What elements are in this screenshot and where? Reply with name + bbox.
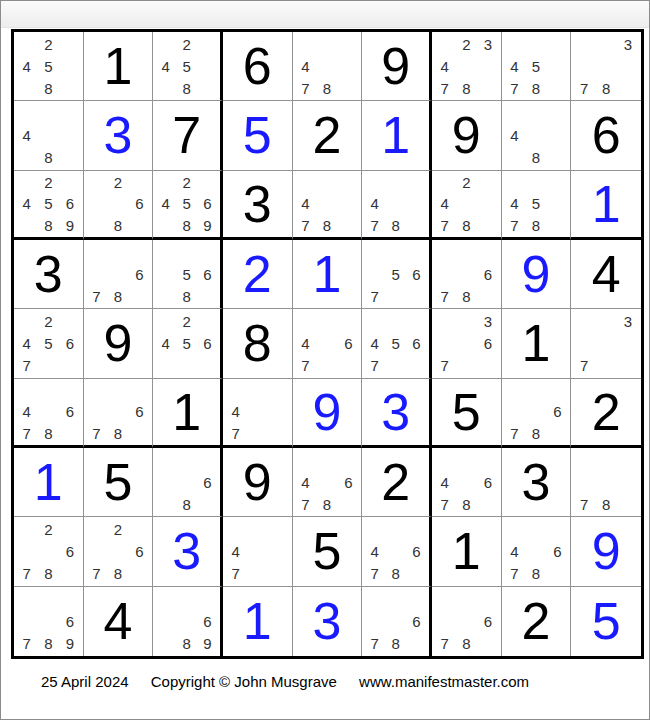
cell-r9c5[interactable]: 3: [293, 587, 363, 656]
candidate-7: 7: [573, 77, 595, 99]
candidate-7: 7: [364, 215, 385, 236]
cell-value: 8: [223, 309, 292, 377]
candidate-grid: 478: [362, 171, 429, 237]
cell-value: 1: [14, 448, 83, 516]
candidate-8: 8: [38, 423, 60, 444]
candidate-8: 8: [525, 215, 547, 236]
candidate-grid: 2478: [432, 171, 501, 237]
cell-value: 9: [293, 379, 362, 445]
candidate-7: 7: [573, 493, 595, 515]
cell-r2c6[interactable]: 1: [362, 101, 432, 170]
cell-r6c3[interactable]: 1: [153, 379, 223, 448]
candidate-8: 8: [176, 77, 197, 99]
candidate-7: 7: [225, 563, 247, 585]
candidate-7: 7: [295, 355, 317, 377]
candidate-grid: 478: [293, 171, 362, 237]
candidate-8: 8: [595, 77, 617, 99]
candidate-6: 6: [477, 332, 499, 354]
cell-value: 1: [223, 587, 292, 656]
cell-value: 9: [362, 32, 429, 100]
cell-value: 2: [571, 379, 641, 445]
candidate-2: 2: [38, 33, 60, 55]
cell-r4c4[interactable]: 2: [223, 240, 293, 309]
sudoku-window: 2458124586478923478457837848375219486245…: [0, 0, 650, 720]
candidate-8: 8: [525, 77, 547, 99]
candidate-2: 2: [456, 33, 478, 55]
cell-r1c1[interactable]: 2458: [14, 32, 84, 101]
cell-r9c9[interactable]: 5: [571, 587, 641, 656]
candidate-grid: 4578: [502, 171, 571, 237]
cell-r3c4[interactable]: 3: [223, 171, 293, 240]
candidate-grid: 2678: [14, 517, 83, 585]
footer-copyright: Copyright © John Musgrave: [151, 673, 337, 690]
candidate-9: 9: [59, 215, 81, 236]
cell-r3c7[interactable]: 2478: [432, 171, 502, 240]
candidate-5: 5: [176, 263, 197, 285]
cell-r6c7[interactable]: 5: [432, 379, 502, 448]
candidate-8: 8: [176, 493, 197, 515]
candidate-7: 7: [295, 493, 317, 515]
cell-r4c9[interactable]: 4: [571, 240, 641, 309]
cell-value: 1: [502, 309, 571, 377]
candidate-grid: 48: [502, 101, 571, 169]
candidate-8: 8: [385, 215, 406, 236]
cell-r2c1[interactable]: 48: [14, 101, 84, 170]
candidate-9: 9: [197, 215, 218, 236]
candidate-3: 3: [477, 33, 499, 55]
cell-value: 1: [432, 517, 501, 585]
candidate-grid: 567: [362, 240, 429, 308]
candidate-7: 7: [364, 285, 385, 307]
candidate-6: 6: [406, 540, 427, 562]
candidate-8: 8: [107, 563, 129, 585]
candidate-grid: 268: [84, 171, 153, 237]
candidate-grid: 245689: [14, 171, 83, 237]
candidate-grid: 4678: [14, 379, 83, 445]
candidate-6: 6: [129, 193, 151, 214]
candidate-grid: 678: [502, 379, 571, 445]
cell-value: 9: [223, 448, 292, 516]
candidate-grid: 47: [223, 379, 292, 445]
candidate-4: 4: [295, 332, 317, 354]
cell-r3c9[interactable]: 1: [571, 171, 641, 240]
cell-r1c3[interactable]: 2458: [153, 32, 223, 101]
cell-r3c1[interactable]: 245689: [14, 171, 84, 240]
candidate-grid: 2458: [153, 32, 220, 100]
cell-r6c9[interactable]: 2: [571, 379, 641, 448]
candidate-7: 7: [364, 355, 385, 377]
cell-r2c8[interactable]: 48: [502, 101, 572, 170]
cell-value: 5: [571, 587, 641, 656]
cell-r9c3[interactable]: 689: [153, 587, 223, 656]
candidate-8: 8: [525, 147, 547, 169]
candidate-grid: 4678: [502, 517, 571, 585]
candidate-6: 6: [129, 401, 151, 422]
candidate-7: 7: [504, 423, 526, 444]
candidate-5: 5: [385, 332, 406, 354]
candidate-4: 4: [504, 540, 526, 562]
cell-r8c3[interactable]: 3: [153, 517, 223, 586]
cell-value: 5: [432, 379, 501, 445]
candidate-6: 6: [547, 540, 569, 562]
cell-r7c4[interactable]: 9: [223, 448, 293, 517]
cell-r8c8[interactable]: 4678: [502, 517, 572, 586]
candidate-grid: 678: [432, 587, 501, 656]
cell-r3c8[interactable]: 4578: [502, 171, 572, 240]
cell-r4c7[interactable]: 678: [432, 240, 502, 309]
cell-r7c5[interactable]: 4678: [293, 448, 363, 517]
candidate-6: 6: [59, 610, 81, 632]
footer: 25 April 2024 Copyright © John Musgrave …: [41, 673, 529, 690]
candidate-2: 2: [38, 310, 60, 332]
candidate-8: 8: [176, 285, 197, 307]
candidate-7: 7: [504, 215, 526, 236]
candidate-8: 8: [107, 423, 129, 444]
cell-r1c4[interactable]: 6: [223, 32, 293, 101]
cell-r8c4[interactable]: 47: [223, 517, 293, 586]
cell-r1c6[interactable]: 9: [362, 32, 432, 101]
candidate-7: 7: [16, 563, 38, 585]
candidate-8: 8: [38, 563, 60, 585]
cell-r1c7[interactable]: 23478: [432, 32, 502, 101]
cell-value: 2: [223, 240, 292, 308]
candidate-7: 7: [225, 423, 247, 444]
candidate-4: 4: [295, 193, 317, 214]
candidate-5: 5: [176, 55, 197, 77]
cell-value: 6: [571, 101, 641, 169]
candidate-6: 6: [406, 610, 427, 632]
candidate-grid: 78: [571, 448, 641, 516]
candidate-5: 5: [38, 55, 60, 77]
cell-r7c9[interactable]: 78: [571, 448, 641, 517]
candidate-7: 7: [86, 563, 108, 585]
sudoku-board: 2458124586478923478457837848375219486245…: [11, 29, 644, 659]
candidate-8: 8: [316, 215, 338, 236]
cell-r6c6[interactable]: 3: [362, 379, 432, 448]
cell-value: 4: [84, 587, 153, 656]
cell-value: 3: [362, 379, 429, 445]
candidate-6: 6: [406, 263, 427, 285]
candidate-grid: 4678: [362, 517, 429, 585]
cell-value: 3: [223, 171, 292, 237]
candidate-6: 6: [129, 263, 151, 285]
cell-value: 3: [153, 517, 220, 585]
cell-r3c2[interactable]: 268: [84, 171, 154, 240]
cell-r4c3[interactable]: 568: [153, 240, 223, 309]
candidate-7: 7: [504, 77, 526, 99]
cell-r8c1[interactable]: 2678: [14, 517, 84, 586]
candidate-grid: 678: [432, 240, 501, 308]
candidate-grid: 378: [571, 32, 641, 100]
candidate-grid: 48: [14, 101, 83, 169]
cell-value: 1: [84, 32, 153, 100]
candidate-7: 7: [434, 77, 456, 99]
cell-value: 1: [293, 240, 362, 308]
candidate-7: 7: [434, 493, 456, 515]
candidate-4: 4: [155, 193, 176, 214]
candidate-3: 3: [617, 33, 639, 55]
cell-r1c5[interactable]: 478: [293, 32, 363, 101]
cell-r2c7[interactable]: 9: [432, 101, 502, 170]
candidate-4: 4: [504, 193, 526, 214]
candidate-6: 6: [338, 332, 360, 354]
candidate-grid: 68: [153, 448, 220, 516]
cell-value: 1: [571, 171, 641, 237]
candidate-6: 6: [477, 610, 499, 632]
cell-value: 4: [571, 240, 641, 308]
cell-value: 3: [84, 101, 153, 169]
candidate-8: 8: [38, 77, 60, 99]
candidate-7: 7: [434, 285, 456, 307]
candidate-4: 4: [364, 540, 385, 562]
cell-value: 9: [571, 517, 641, 585]
candidate-8: 8: [456, 633, 478, 655]
candidate-6: 6: [197, 193, 218, 214]
candidate-8: 8: [107, 285, 129, 307]
candidate-4: 4: [16, 332, 38, 354]
cell-r2c5[interactable]: 2: [293, 101, 363, 170]
cell-r4c8[interactable]: 9: [502, 240, 572, 309]
cell-r9c6[interactable]: 678: [362, 587, 432, 656]
candidate-7: 7: [16, 633, 38, 655]
cell-r6c8[interactable]: 678: [502, 379, 572, 448]
candidate-7: 7: [434, 633, 456, 655]
candidate-6: 6: [477, 471, 499, 493]
candidate-grid: 678: [84, 240, 153, 308]
cell-r7c8[interactable]: 3: [502, 448, 572, 517]
cell-r8c5[interactable]: 5: [293, 517, 363, 586]
candidate-grid: 4578: [502, 32, 571, 100]
cell-r7c2[interactable]: 5: [84, 448, 154, 517]
cell-value: 3: [293, 587, 362, 656]
candidate-4: 4: [295, 471, 317, 493]
cell-value: 2: [362, 448, 429, 516]
candidate-grid: 467: [293, 309, 362, 377]
cell-value: 5: [223, 101, 292, 169]
candidate-8: 8: [456, 285, 478, 307]
cell-r5c4[interactable]: 8: [223, 309, 293, 378]
candidate-7: 7: [86, 423, 108, 444]
candidate-9: 9: [59, 633, 81, 655]
candidate-8: 8: [385, 563, 406, 585]
cell-r4c1[interactable]: 3: [14, 240, 84, 309]
cell-r2c3[interactable]: 7: [153, 101, 223, 170]
candidate-4: 4: [16, 124, 38, 146]
candidate-grid: 2458: [14, 32, 83, 100]
candidate-4: 4: [504, 55, 526, 77]
cell-r3c5[interactable]: 478: [293, 171, 363, 240]
candidate-8: 8: [38, 633, 60, 655]
cell-r8c2[interactable]: 2678: [84, 517, 154, 586]
cell-r5c9[interactable]: 37: [571, 309, 641, 378]
candidate-8: 8: [385, 633, 406, 655]
candidate-8: 8: [595, 493, 617, 515]
candidate-9: 9: [197, 633, 218, 655]
candidate-3: 3: [477, 310, 499, 332]
candidate-7: 7: [504, 563, 526, 585]
candidate-grid: 2456: [153, 309, 220, 377]
candidate-8: 8: [456, 215, 478, 236]
candidate-grid: 4567: [362, 309, 429, 377]
cell-r1c9[interactable]: 378: [571, 32, 641, 101]
cell-value: 6: [223, 32, 292, 100]
candidate-6: 6: [129, 540, 151, 562]
candidate-4: 4: [225, 401, 247, 422]
cell-value: 1: [362, 101, 429, 169]
cell-value: 3: [502, 448, 571, 516]
candidate-3: 3: [617, 310, 639, 332]
cell-value: 2: [502, 587, 571, 656]
cell-r6c2[interactable]: 678: [84, 379, 154, 448]
candidate-5: 5: [525, 55, 547, 77]
candidate-grid: 678: [362, 587, 429, 656]
cell-r7c6[interactable]: 2: [362, 448, 432, 517]
candidate-grid: 4678: [293, 448, 362, 516]
top-strip: [1, 1, 649, 28]
cell-r4c5[interactable]: 1: [293, 240, 363, 309]
candidate-5: 5: [38, 193, 60, 214]
candidate-5: 5: [38, 332, 60, 354]
cell-r2c4[interactable]: 5: [223, 101, 293, 170]
cell-value: 5: [293, 517, 362, 585]
cell-r3c6[interactable]: 478: [362, 171, 432, 240]
cell-value: 5: [84, 448, 153, 516]
candidate-grid: 245689: [153, 171, 220, 237]
candidate-grid: 24567: [14, 309, 83, 377]
cell-r5c2[interactable]: 9: [84, 309, 154, 378]
candidate-grid: 568: [153, 240, 220, 308]
cell-r4c2[interactable]: 678: [84, 240, 154, 309]
candidate-grid: 478: [293, 32, 362, 100]
candidate-4: 4: [364, 193, 385, 214]
candidate-8: 8: [38, 215, 60, 236]
candidate-6: 6: [59, 540, 81, 562]
candidate-2: 2: [176, 172, 197, 193]
cell-r9c1[interactable]: 6789: [14, 587, 84, 656]
candidate-8: 8: [525, 563, 547, 585]
candidate-4: 4: [434, 55, 456, 77]
candidate-7: 7: [295, 215, 317, 236]
cell-r9c4[interactable]: 1: [223, 587, 293, 656]
cell-r9c7[interactable]: 678: [432, 587, 502, 656]
candidate-7: 7: [573, 355, 595, 377]
candidate-grid: 47: [223, 517, 292, 585]
cell-r8c6[interactable]: 4678: [362, 517, 432, 586]
candidate-4: 4: [434, 471, 456, 493]
candidate-6: 6: [197, 332, 218, 354]
candidate-7: 7: [364, 563, 385, 585]
candidate-grid: 6789: [14, 587, 83, 656]
candidate-5: 5: [176, 332, 197, 354]
candidate-6: 6: [197, 263, 218, 285]
cell-value: 1: [153, 379, 220, 445]
footer-website: www.manifestmaster.com: [359, 673, 529, 690]
cell-value: 9: [84, 309, 153, 377]
candidate-grid: 678: [84, 379, 153, 445]
cell-r1c8[interactable]: 4578: [502, 32, 572, 101]
cell-r5c3[interactable]: 2456: [153, 309, 223, 378]
cell-r1c2[interactable]: 1: [84, 32, 154, 101]
candidate-grid: 367: [432, 309, 501, 377]
candidate-2: 2: [107, 518, 129, 540]
candidate-8: 8: [456, 493, 478, 515]
candidate-6: 6: [59, 401, 81, 422]
candidate-8: 8: [107, 215, 129, 236]
cell-r7c7[interactable]: 4678: [432, 448, 502, 517]
cell-r6c4[interactable]: 47: [223, 379, 293, 448]
candidate-grid: 689: [153, 587, 220, 656]
candidate-7: 7: [364, 633, 385, 655]
candidate-2: 2: [38, 172, 60, 193]
candidate-4: 4: [504, 124, 526, 146]
footer-date: 25 April 2024: [41, 673, 129, 690]
candidate-6: 6: [547, 401, 569, 422]
candidate-8: 8: [316, 493, 338, 515]
candidate-7: 7: [295, 77, 317, 99]
candidate-4: 4: [16, 193, 38, 214]
cell-r5c1[interactable]: 24567: [14, 309, 84, 378]
candidate-5: 5: [385, 263, 406, 285]
candidate-4: 4: [16, 55, 38, 77]
cell-r7c3[interactable]: 68: [153, 448, 223, 517]
candidate-grid: 37: [571, 309, 641, 377]
candidate-7: 7: [16, 423, 38, 444]
candidate-6: 6: [197, 610, 218, 632]
candidate-5: 5: [525, 193, 547, 214]
cell-r2c2[interactable]: 3: [84, 101, 154, 170]
cell-r8c9[interactable]: 9: [571, 517, 641, 586]
candidate-6: 6: [406, 332, 427, 354]
cell-r3c3[interactable]: 245689: [153, 171, 223, 240]
cell-r5c7[interactable]: 367: [432, 309, 502, 378]
cell-r9c2[interactable]: 4: [84, 587, 154, 656]
candidate-2: 2: [107, 172, 129, 193]
cell-r7c1[interactable]: 1: [14, 448, 84, 517]
candidate-8: 8: [176, 215, 197, 236]
cell-value: 2: [293, 101, 362, 169]
candidate-4: 4: [16, 401, 38, 422]
candidate-grid: 23478: [432, 32, 501, 100]
cell-value: 3: [14, 240, 83, 308]
candidate-6: 6: [338, 471, 360, 493]
candidate-2: 2: [456, 172, 478, 193]
cell-value: 9: [432, 101, 501, 169]
candidate-7: 7: [16, 355, 38, 377]
cell-r9c8[interactable]: 2: [502, 587, 572, 656]
cell-r5c8[interactable]: 1: [502, 309, 572, 378]
cell-r4c6[interactable]: 567: [362, 240, 432, 309]
cell-r6c1[interactable]: 4678: [14, 379, 84, 448]
candidate-4: 4: [155, 332, 176, 354]
candidate-grid: 4678: [432, 448, 501, 516]
candidate-8: 8: [316, 77, 338, 99]
candidate-4: 4: [155, 55, 176, 77]
candidate-6: 6: [59, 332, 81, 354]
cell-r5c5[interactable]: 467: [293, 309, 363, 378]
candidate-6: 6: [59, 193, 81, 214]
candidate-7: 7: [86, 285, 108, 307]
cell-r8c7[interactable]: 1: [432, 517, 502, 586]
cell-r6c5[interactable]: 9: [293, 379, 363, 448]
candidate-5: 5: [176, 193, 197, 214]
cell-r2c9[interactable]: 6: [571, 101, 641, 170]
candidate-4: 4: [295, 55, 317, 77]
candidate-6: 6: [197, 471, 218, 493]
candidate-4: 4: [434, 193, 456, 214]
candidate-grid: 2678: [84, 517, 153, 585]
candidate-8: 8: [38, 147, 60, 169]
cell-r5c6[interactable]: 4567: [362, 309, 432, 378]
